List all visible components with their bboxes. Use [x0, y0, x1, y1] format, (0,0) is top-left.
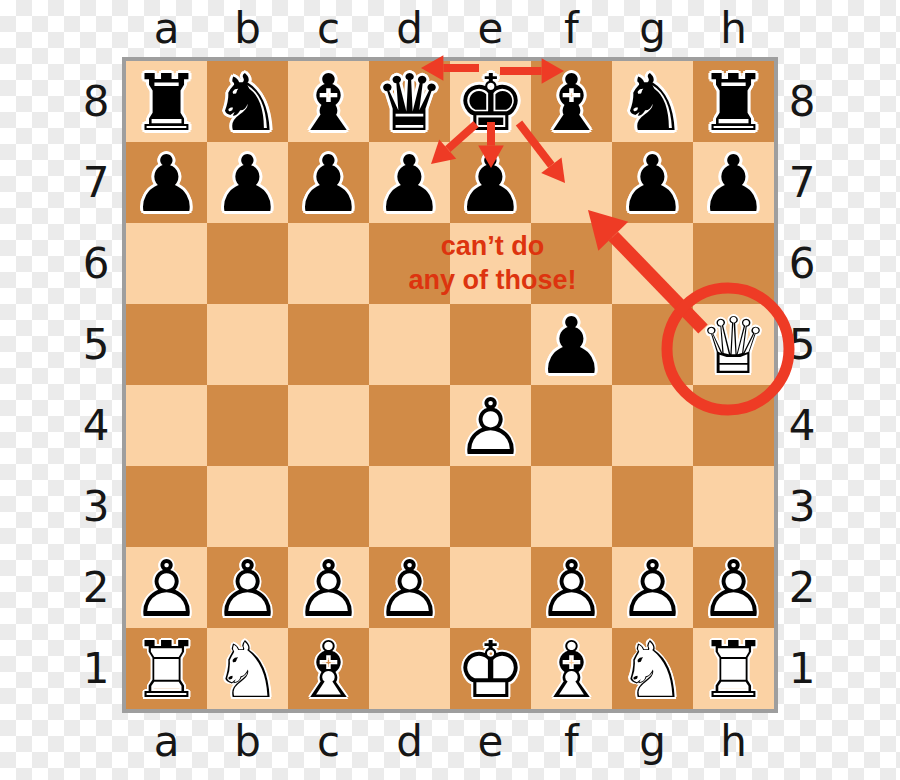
annotation-note-line1: can’t do — [355, 229, 630, 263]
square-c3 — [288, 466, 369, 547]
rank-label-1: 1 — [772, 628, 832, 709]
piece-underlay: ♟ — [207, 547, 288, 628]
rank-label-2: 2 — [67, 547, 125, 628]
black-r-piece: ♜ — [126, 61, 207, 142]
square-e4: ♟♙ — [450, 385, 531, 466]
square-g7: ♟ — [612, 142, 693, 223]
piece-underlay: ♜ — [126, 628, 207, 709]
square-c8: ♝ — [288, 61, 369, 142]
black-p-piece: ♟ — [450, 142, 531, 223]
white-p-piece: ♙ — [693, 547, 774, 628]
black-b-piece: ♝ — [288, 61, 369, 142]
piece-underlay: ♞ — [612, 628, 693, 709]
file-label-f: f — [531, 4, 612, 53]
black-p-piece: ♟ — [531, 304, 612, 385]
square-c1: ♝♗ — [288, 628, 369, 709]
piece-underlay: ♟ — [612, 547, 693, 628]
black-p-piece: ♟ — [612, 142, 693, 223]
white-p-piece: ♙ — [207, 547, 288, 628]
file-label-h: h — [693, 717, 774, 766]
square-a5 — [126, 304, 207, 385]
square-h7: ♟ — [693, 142, 774, 223]
square-d4 — [369, 385, 450, 466]
square-c4 — [288, 385, 369, 466]
black-p-piece: ♟ — [126, 142, 207, 223]
square-h6 — [693, 223, 774, 304]
file-labels-top: abcdefgh — [126, 0, 774, 56]
black-n-piece: ♞ — [207, 61, 288, 142]
rank-label-5: 5 — [67, 304, 125, 385]
file-label-c: c — [288, 4, 369, 53]
rank-label-7: 7 — [772, 142, 832, 223]
square-f1: ♝♗ — [531, 628, 612, 709]
square-h5: ♛♕ — [693, 304, 774, 385]
white-r-piece: ♖ — [693, 628, 774, 709]
square-d1 — [369, 628, 450, 709]
file-labels-bottom: abcdefgh — [126, 710, 774, 772]
rank-label-1: 1 — [67, 628, 125, 709]
white-b-piece: ♗ — [531, 628, 612, 709]
square-c5 — [288, 304, 369, 385]
chess-diagram: abcdefgh 87654321 ♜♞♝♛♚♝♞♜♟♟♟♟♟♟♟♟♛♕♟♙♟♙… — [0, 0, 900, 780]
black-p-piece: ♟ — [288, 142, 369, 223]
square-a1: ♜♖ — [126, 628, 207, 709]
square-b6 — [207, 223, 288, 304]
white-p-piece: ♙ — [531, 547, 612, 628]
file-label-d: d — [369, 4, 450, 53]
square-f4 — [531, 385, 612, 466]
white-p-piece: ♙ — [126, 547, 207, 628]
white-p-piece: ♙ — [450, 385, 531, 466]
square-g3 — [612, 466, 693, 547]
white-k-piece: ♔ — [450, 628, 531, 709]
square-d7: ♟ — [369, 142, 450, 223]
file-label-e: e — [450, 4, 531, 53]
square-e8: ♚ — [450, 61, 531, 142]
square-c7: ♟ — [288, 142, 369, 223]
file-label-a: a — [126, 717, 207, 766]
piece-underlay: ♝ — [531, 628, 612, 709]
square-g2: ♟♙ — [612, 547, 693, 628]
square-g5 — [612, 304, 693, 385]
rank-label-3: 3 — [772, 466, 832, 547]
piece-underlay: ♛ — [693, 304, 774, 385]
square-d3 — [369, 466, 450, 547]
square-e2 — [450, 547, 531, 628]
black-n-piece: ♞ — [612, 61, 693, 142]
file-label-d: d — [369, 717, 450, 766]
file-label-a: a — [126, 4, 207, 53]
square-b1: ♞♘ — [207, 628, 288, 709]
file-label-f: f — [531, 717, 612, 766]
square-e1: ♚♔ — [450, 628, 531, 709]
square-g1: ♞♘ — [612, 628, 693, 709]
square-f5: ♟ — [531, 304, 612, 385]
black-r-piece: ♜ — [693, 61, 774, 142]
rank-label-6: 6 — [772, 223, 832, 304]
square-a8: ♜ — [126, 61, 207, 142]
rank-label-8: 8 — [772, 61, 832, 142]
piece-underlay: ♟ — [450, 385, 531, 466]
square-b7: ♟ — [207, 142, 288, 223]
rank-label-5: 5 — [772, 304, 832, 385]
piece-underlay: ♟ — [369, 547, 450, 628]
piece-underlay: ♚ — [450, 628, 531, 709]
piece-underlay: ♟ — [531, 547, 612, 628]
square-f2: ♟♙ — [531, 547, 612, 628]
square-f7 — [531, 142, 612, 223]
rank-label-3: 3 — [67, 466, 125, 547]
black-p-piece: ♟ — [693, 142, 774, 223]
square-b8: ♞ — [207, 61, 288, 142]
rank-label-4: 4 — [67, 385, 125, 466]
square-a7: ♟ — [126, 142, 207, 223]
square-b4 — [207, 385, 288, 466]
square-e5 — [450, 304, 531, 385]
square-a6 — [126, 223, 207, 304]
square-d8: ♛ — [369, 61, 450, 142]
file-label-g: g — [612, 4, 693, 53]
rank-label-2: 2 — [772, 547, 832, 628]
piece-underlay: ♟ — [126, 547, 207, 628]
square-a2: ♟♙ — [126, 547, 207, 628]
white-b-piece: ♗ — [288, 628, 369, 709]
square-b5 — [207, 304, 288, 385]
file-label-g: g — [612, 717, 693, 766]
square-h2: ♟♙ — [693, 547, 774, 628]
square-a4 — [126, 385, 207, 466]
file-label-b: b — [207, 717, 288, 766]
piece-underlay: ♞ — [207, 628, 288, 709]
square-h3 — [693, 466, 774, 547]
piece-underlay: ♟ — [288, 547, 369, 628]
square-h1: ♜♖ — [693, 628, 774, 709]
square-g8: ♞ — [612, 61, 693, 142]
square-b3 — [207, 466, 288, 547]
annotation-note-line2: any of those! — [355, 263, 630, 297]
square-h4 — [693, 385, 774, 466]
chess-board: ♜♞♝♛♚♝♞♜♟♟♟♟♟♟♟♟♛♕♟♙♟♙♟♙♟♙♟♙♟♙♟♙♟♙♜♖♞♘♝♗… — [122, 57, 778, 713]
square-b2: ♟♙ — [207, 547, 288, 628]
black-k-piece: ♚ — [450, 61, 531, 142]
white-n-piece: ♘ — [612, 628, 693, 709]
white-q-piece: ♕ — [693, 304, 774, 385]
white-p-piece: ♙ — [288, 547, 369, 628]
rank-label-6: 6 — [67, 223, 125, 304]
annotation-note: can’t do any of those! — [355, 229, 630, 297]
square-g4 — [612, 385, 693, 466]
white-p-piece: ♙ — [369, 547, 450, 628]
square-e7: ♟ — [450, 142, 531, 223]
square-f8: ♝ — [531, 61, 612, 142]
square-h8: ♜ — [693, 61, 774, 142]
square-d2: ♟♙ — [369, 547, 450, 628]
black-p-piece: ♟ — [207, 142, 288, 223]
white-n-piece: ♘ — [207, 628, 288, 709]
piece-underlay: ♜ — [693, 628, 774, 709]
black-p-piece: ♟ — [369, 142, 450, 223]
piece-underlay: ♝ — [288, 628, 369, 709]
piece-underlay: ♟ — [693, 547, 774, 628]
black-q-piece: ♛ — [369, 61, 450, 142]
black-b-piece: ♝ — [531, 61, 612, 142]
square-c2: ♟♙ — [288, 547, 369, 628]
rank-labels-right: 87654321 — [772, 61, 832, 709]
square-a3 — [126, 466, 207, 547]
file-label-h: h — [693, 4, 774, 53]
square-e3 — [450, 466, 531, 547]
file-label-e: e — [450, 717, 531, 766]
square-d5 — [369, 304, 450, 385]
square-f3 — [531, 466, 612, 547]
rank-labels-left: 87654321 — [67, 61, 125, 709]
white-p-piece: ♙ — [612, 547, 693, 628]
rank-label-7: 7 — [67, 142, 125, 223]
rank-label-4: 4 — [772, 385, 832, 466]
file-label-b: b — [207, 4, 288, 53]
file-label-c: c — [288, 717, 369, 766]
white-r-piece: ♖ — [126, 628, 207, 709]
rank-label-8: 8 — [67, 61, 125, 142]
